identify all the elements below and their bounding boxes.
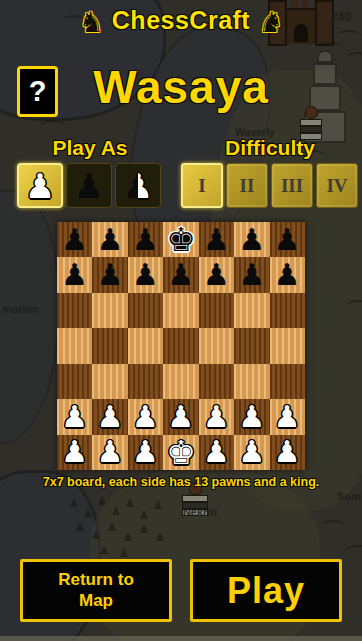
white-pawn: ♟ bbox=[203, 402, 230, 432]
white-pawn: ♟ bbox=[132, 402, 159, 432]
square-a4 bbox=[57, 328, 92, 363]
play-as-black-button[interactable]: ♟ bbox=[66, 163, 112, 208]
square-b5 bbox=[92, 293, 127, 328]
square-d2: ♟ bbox=[163, 399, 198, 434]
white-pawn: ♟ bbox=[97, 402, 124, 432]
square-a5 bbox=[57, 293, 92, 328]
black-pawn: ♟ bbox=[97, 225, 124, 255]
black-pawn: ♟ bbox=[61, 260, 88, 290]
white-pawn: ♟ bbox=[274, 402, 301, 432]
square-g6: ♟ bbox=[270, 257, 305, 292]
black-pawn: ♟ bbox=[132, 225, 159, 255]
black-pawn: ♟ bbox=[203, 260, 230, 290]
half-black-half-white-pawn-icon: ♟ ♟ bbox=[120, 168, 156, 204]
white-pawn: ♟ bbox=[203, 437, 230, 467]
square-e5 bbox=[199, 293, 234, 328]
square-c3 bbox=[128, 364, 163, 399]
black-pawn: ♟ bbox=[238, 225, 265, 255]
return-to-map-button[interactable]: Return to Map bbox=[20, 559, 172, 622]
white-pawn: ♟ bbox=[238, 402, 265, 432]
knight-logo-icon-left: ♞ bbox=[79, 6, 105, 39]
white-pawn: ♟ bbox=[274, 437, 301, 467]
square-g1: ♟ bbox=[270, 435, 305, 470]
square-b6: ♟ bbox=[92, 257, 127, 292]
square-g7: ♟ bbox=[270, 222, 305, 257]
white-pawn: ♟ bbox=[97, 437, 124, 467]
square-c5 bbox=[128, 293, 163, 328]
white-pawn: ♟ bbox=[61, 402, 88, 432]
knight-logo-icon-right: ♞ bbox=[258, 6, 284, 39]
map-bottom-strip bbox=[0, 636, 362, 641]
square-a6: ♟ bbox=[57, 257, 92, 292]
return-to-map-label: Return to Map bbox=[51, 570, 141, 611]
black-pawn: ♟ bbox=[238, 260, 265, 290]
difficulty-selector: I II III IV bbox=[181, 163, 358, 208]
square-f5 bbox=[234, 293, 269, 328]
square-d3 bbox=[163, 364, 198, 399]
play-as-label: Play As bbox=[17, 136, 163, 160]
white-pawn: ♟ bbox=[238, 437, 265, 467]
difficulty-2-button[interactable]: II bbox=[226, 163, 268, 208]
play-button-label: Play bbox=[227, 570, 305, 612]
square-c6: ♟ bbox=[128, 257, 163, 292]
square-f2: ♟ bbox=[234, 399, 269, 434]
play-as-selector: ♟ ♟ ♟ ♟ bbox=[17, 163, 161, 208]
white-pawn: ♟ bbox=[61, 437, 88, 467]
square-f4 bbox=[234, 328, 269, 363]
page-title: Wasaya bbox=[0, 60, 362, 114]
difficulty-3-button[interactable]: III bbox=[271, 163, 313, 208]
difficulty-label: Difficulty bbox=[181, 136, 359, 160]
difficulty-1-button[interactable]: I bbox=[181, 163, 223, 208]
black-pawn: ♟ bbox=[168, 260, 195, 290]
square-e4 bbox=[199, 328, 234, 363]
square-b4 bbox=[92, 328, 127, 363]
chess-board: ♟♟♟♚♟♟♟♟♟♟♟♟♟♟♟♟♟♟♟♟♟♟♟♟♚♟♟♟ bbox=[57, 222, 305, 470]
black-pawn: ♟ bbox=[274, 225, 301, 255]
play-as-random-button[interactable]: ♟ ♟ bbox=[115, 163, 161, 208]
square-c1: ♟ bbox=[128, 435, 163, 470]
square-g5 bbox=[270, 293, 305, 328]
white-pawn-icon: ♟ bbox=[25, 169, 55, 203]
square-g2: ♟ bbox=[270, 399, 305, 434]
difficulty-4-button[interactable]: IV bbox=[316, 163, 358, 208]
square-e2: ♟ bbox=[199, 399, 234, 434]
square-f7: ♟ bbox=[234, 222, 269, 257]
square-g4 bbox=[270, 328, 305, 363]
black-pawn: ♟ bbox=[274, 260, 301, 290]
square-c4 bbox=[128, 328, 163, 363]
app-header: ♞ ChessCraft ♞ bbox=[0, 6, 362, 39]
square-f1: ♟ bbox=[234, 435, 269, 470]
black-pawn: ♟ bbox=[97, 260, 124, 290]
square-e3 bbox=[199, 364, 234, 399]
square-e6: ♟ bbox=[199, 257, 234, 292]
app-title: ChessCraft bbox=[112, 6, 250, 34]
square-a2: ♟ bbox=[57, 399, 92, 434]
square-e7: ♟ bbox=[199, 222, 234, 257]
square-b3 bbox=[92, 364, 127, 399]
black-pawn: ♟ bbox=[132, 260, 159, 290]
square-a3 bbox=[57, 364, 92, 399]
square-b1: ♟ bbox=[92, 435, 127, 470]
black-pawn: ♟ bbox=[203, 225, 230, 255]
white-king: ♚ bbox=[166, 436, 196, 469]
square-f3 bbox=[234, 364, 269, 399]
square-d7: ♚ bbox=[163, 222, 198, 257]
square-d5 bbox=[163, 293, 198, 328]
white-pawn: ♟ bbox=[132, 437, 159, 467]
white-pawn: ♟ bbox=[168, 402, 195, 432]
black-king: ♚ bbox=[166, 223, 196, 256]
square-d6: ♟ bbox=[163, 257, 198, 292]
square-a1: ♟ bbox=[57, 435, 92, 470]
difficulty-4-label: IV bbox=[326, 175, 347, 197]
difficulty-2-label: II bbox=[240, 175, 255, 197]
square-c2: ♟ bbox=[128, 399, 163, 434]
square-e1: ♟ bbox=[199, 435, 234, 470]
difficulty-3-label: III bbox=[281, 175, 303, 197]
black-pawn: ♟ bbox=[61, 225, 88, 255]
black-pawn-icon: ♟ bbox=[74, 169, 104, 203]
square-b7: ♟ bbox=[92, 222, 127, 257]
square-c7: ♟ bbox=[128, 222, 163, 257]
board-caption: 7x7 board, each side has 13 pawns and a … bbox=[0, 475, 362, 489]
square-f6: ♟ bbox=[234, 257, 269, 292]
square-d4 bbox=[163, 328, 198, 363]
square-b2: ♟ bbox=[92, 399, 127, 434]
square-g3 bbox=[270, 364, 305, 399]
play-button[interactable]: Play bbox=[190, 559, 342, 622]
square-d1: ♚ bbox=[163, 435, 198, 470]
play-as-white-button[interactable]: ♟ bbox=[17, 163, 63, 208]
difficulty-1-label: I bbox=[198, 175, 205, 197]
square-a7: ♟ bbox=[57, 222, 92, 257]
chesscraft-app-screen: Waverly Library motion Nekriti Somi 240 … bbox=[0, 0, 362, 641]
